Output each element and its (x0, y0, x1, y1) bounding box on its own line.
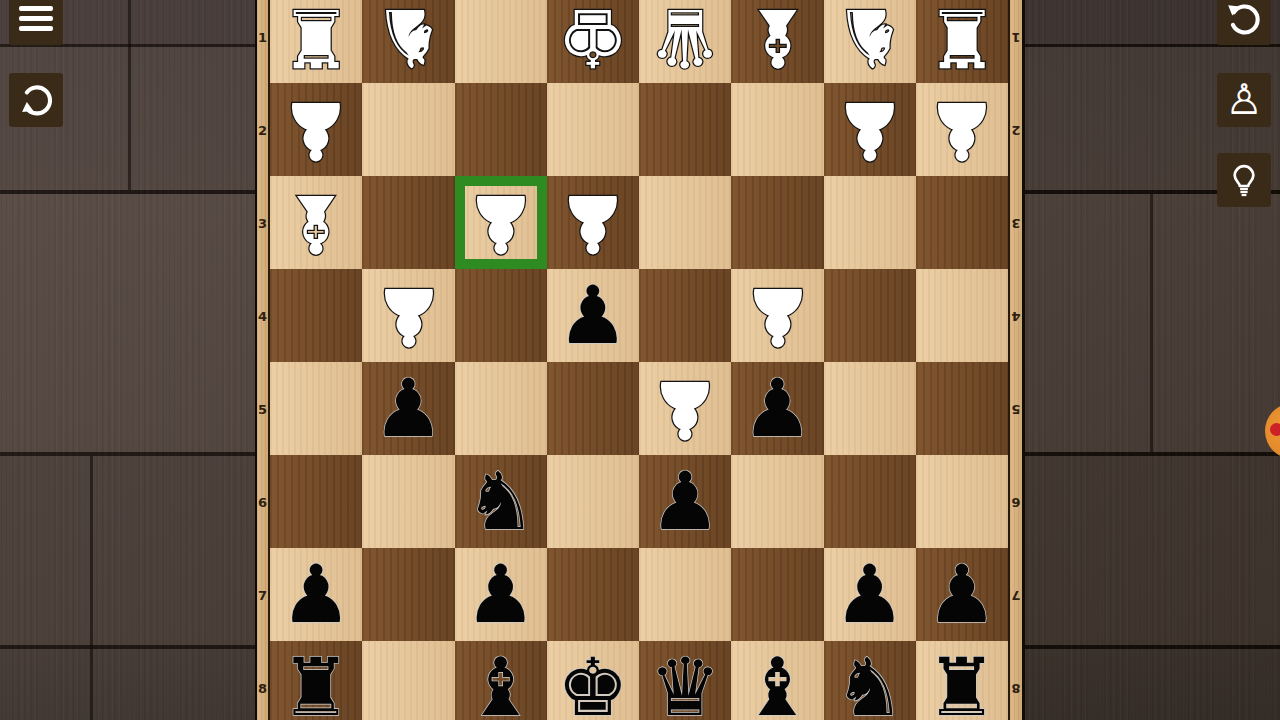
square-a8[interactable]: ♜ (916, 641, 1008, 720)
black-bishop: ♝ (465, 642, 537, 720)
black-pawn: ♟ (926, 549, 998, 641)
square-f2[interactable] (455, 83, 547, 176)
black-queen: ♛ (649, 642, 721, 720)
square-f6[interactable]: ♞ (455, 455, 547, 548)
black-pawn: ♟ (280, 549, 352, 641)
square-b4[interactable] (824, 269, 916, 362)
plank-seam (1150, 194, 1153, 452)
white-rook: ♜ (280, 0, 352, 83)
rank-label-6: 6 (1010, 495, 1022, 508)
square-f7[interactable]: ♟ (455, 548, 547, 641)
square-e4[interactable]: ♟ (547, 269, 639, 362)
square-a6[interactable] (916, 455, 1008, 548)
rank-label-1: 1 (1010, 30, 1022, 43)
square-c8[interactable]: ♝ (731, 641, 823, 720)
black-pawn: ♟ (834, 549, 906, 641)
square-e2[interactable] (547, 83, 639, 176)
pieces-button[interactable]: ♙ (1217, 73, 1271, 127)
black-king: ♚ (557, 642, 629, 720)
square-g7[interactable] (362, 548, 454, 641)
rank-label-8: 8 (257, 681, 268, 694)
square-h8[interactable]: ♜ (270, 641, 362, 720)
black-pawn: ♟ (373, 363, 445, 455)
square-d3[interactable] (639, 176, 731, 269)
square-a5[interactable] (916, 362, 1008, 455)
rank-labels-left: 12345678 (255, 0, 270, 720)
black-pawn: ♟ (465, 549, 537, 641)
restart-button[interactable] (9, 73, 63, 127)
square-d4[interactable] (639, 269, 731, 362)
rank-label-6: 6 (257, 495, 268, 508)
menu-button[interactable] (9, 0, 63, 45)
hamburger-menu-icon (19, 6, 53, 31)
rank-label-7: 7 (257, 588, 268, 601)
square-c1[interactable]: ♝ (731, 0, 823, 83)
black-bishop: ♝ (742, 642, 814, 720)
white-bishop: ♝ (280, 177, 352, 269)
square-e1[interactable]: ♚ (547, 0, 639, 83)
white-pawn: ♟ (465, 177, 537, 269)
plank-seam (128, 0, 131, 190)
square-b3[interactable] (824, 176, 916, 269)
rank-label-5: 5 (257, 402, 268, 415)
restart-circular-arrow-icon (17, 81, 55, 119)
chess-board-frame: 12345678 ♜♞♚♛♝♞♜♟♟♟♝♟♟♟♟♟♟♟♟♞♟♟♟♟♟♜♝♚♛♝♞… (255, 0, 1025, 720)
square-e8[interactable]: ♚ (547, 641, 639, 720)
square-d2[interactable] (639, 83, 731, 176)
rank-label-2: 2 (257, 123, 268, 136)
red-dot-icon (1270, 423, 1280, 436)
white-bishop: ♝ (742, 0, 814, 83)
undo-button[interactable] (1217, 0, 1271, 45)
square-c4[interactable]: ♟ (731, 269, 823, 362)
square-e7[interactable] (547, 548, 639, 641)
square-g3[interactable] (362, 176, 454, 269)
undo-arrow-icon (1225, 0, 1263, 37)
square-h5[interactable] (270, 362, 362, 455)
square-g6[interactable] (362, 455, 454, 548)
square-a1[interactable]: ♜ (916, 0, 1008, 83)
white-pawn: ♟ (557, 177, 629, 269)
square-g2[interactable] (362, 83, 454, 176)
white-pawn: ♟ (834, 84, 906, 176)
square-e3[interactable]: ♟ (547, 176, 639, 269)
square-h6[interactable] (270, 455, 362, 548)
square-h4[interactable] (270, 269, 362, 362)
black-rook: ♜ (280, 642, 352, 720)
white-pawn: ♟ (373, 270, 445, 362)
square-h2[interactable]: ♟ (270, 83, 362, 176)
square-c5[interactable]: ♟ (731, 362, 823, 455)
white-pawn: ♟ (742, 270, 814, 362)
plank-seam (90, 456, 93, 720)
square-f4[interactable] (455, 269, 547, 362)
square-b7[interactable]: ♟ (824, 548, 916, 641)
hint-button[interactable] (1217, 153, 1271, 207)
white-queen: ♛ (649, 0, 721, 83)
square-g4[interactable]: ♟ (362, 269, 454, 362)
rank-label-2: 2 (1010, 123, 1022, 136)
square-h3[interactable]: ♝ (270, 176, 362, 269)
black-rook: ♜ (926, 642, 998, 720)
square-e6[interactable] (547, 455, 639, 548)
square-g8[interactable] (362, 641, 454, 720)
square-h7[interactable]: ♟ (270, 548, 362, 641)
lightbulb-icon (1226, 162, 1262, 198)
white-pawn: ♟ (649, 363, 721, 455)
square-a7[interactable]: ♟ (916, 548, 1008, 641)
square-c7[interactable] (731, 548, 823, 641)
rank-label-3: 3 (257, 216, 268, 229)
white-king: ♚ (557, 0, 629, 83)
square-f8[interactable]: ♝ (455, 641, 547, 720)
chess-board: ♜♞♚♛♝♞♜♟♟♟♝♟♟♟♟♟♟♟♟♞♟♟♟♟♟♜♝♚♛♝♞♜ (270, 0, 1008, 720)
square-c3[interactable] (731, 176, 823, 269)
rank-label-7: 7 (1010, 588, 1022, 601)
rank-label-8: 8 (1010, 681, 1022, 694)
square-a3[interactable] (916, 176, 1008, 269)
square-h1[interactable]: ♜ (270, 0, 362, 83)
white-rook: ♜ (926, 0, 998, 83)
square-f3[interactable]: ♟ (455, 176, 547, 269)
square-c2[interactable] (731, 83, 823, 176)
square-b5[interactable] (824, 362, 916, 455)
square-a2[interactable]: ♟ (916, 83, 1008, 176)
rank-label-4: 4 (1010, 309, 1022, 322)
square-d7[interactable] (639, 548, 731, 641)
square-d8[interactable]: ♛ (639, 641, 731, 720)
square-e5[interactable] (547, 362, 639, 455)
rank-label-5: 5 (1010, 402, 1022, 415)
square-d1[interactable]: ♛ (639, 0, 731, 83)
square-g1[interactable]: ♞ (362, 0, 454, 83)
square-g5[interactable]: ♟ (362, 362, 454, 455)
black-pawn: ♟ (557, 270, 629, 362)
square-f5[interactable] (455, 362, 547, 455)
white-knight: ♞ (373, 0, 445, 83)
square-c6[interactable] (731, 455, 823, 548)
white-pawn: ♟ (926, 84, 998, 176)
square-b8[interactable]: ♞ (824, 641, 916, 720)
rank-label-4: 4 (257, 309, 268, 322)
rank-label-3: 3 (1010, 216, 1022, 229)
black-knight: ♞ (834, 642, 906, 720)
square-d6[interactable]: ♟ (639, 455, 731, 548)
square-b2[interactable]: ♟ (824, 83, 916, 176)
square-b6[interactable] (824, 455, 916, 548)
square-d5[interactable]: ♟ (639, 362, 731, 455)
square-a4[interactable] (916, 269, 1008, 362)
rank-label-1: 1 (257, 30, 268, 43)
black-knight: ♞ (465, 456, 537, 548)
square-f1[interactable] (455, 0, 547, 83)
white-pawn-outline-icon: ♙ (1225, 73, 1263, 127)
black-pawn: ♟ (649, 456, 721, 548)
rank-labels-right: 12345678 (1008, 0, 1025, 720)
black-pawn: ♟ (742, 363, 814, 455)
white-knight: ♞ (834, 0, 906, 83)
square-b1[interactable]: ♞ (824, 0, 916, 83)
white-pawn: ♟ (280, 84, 352, 176)
